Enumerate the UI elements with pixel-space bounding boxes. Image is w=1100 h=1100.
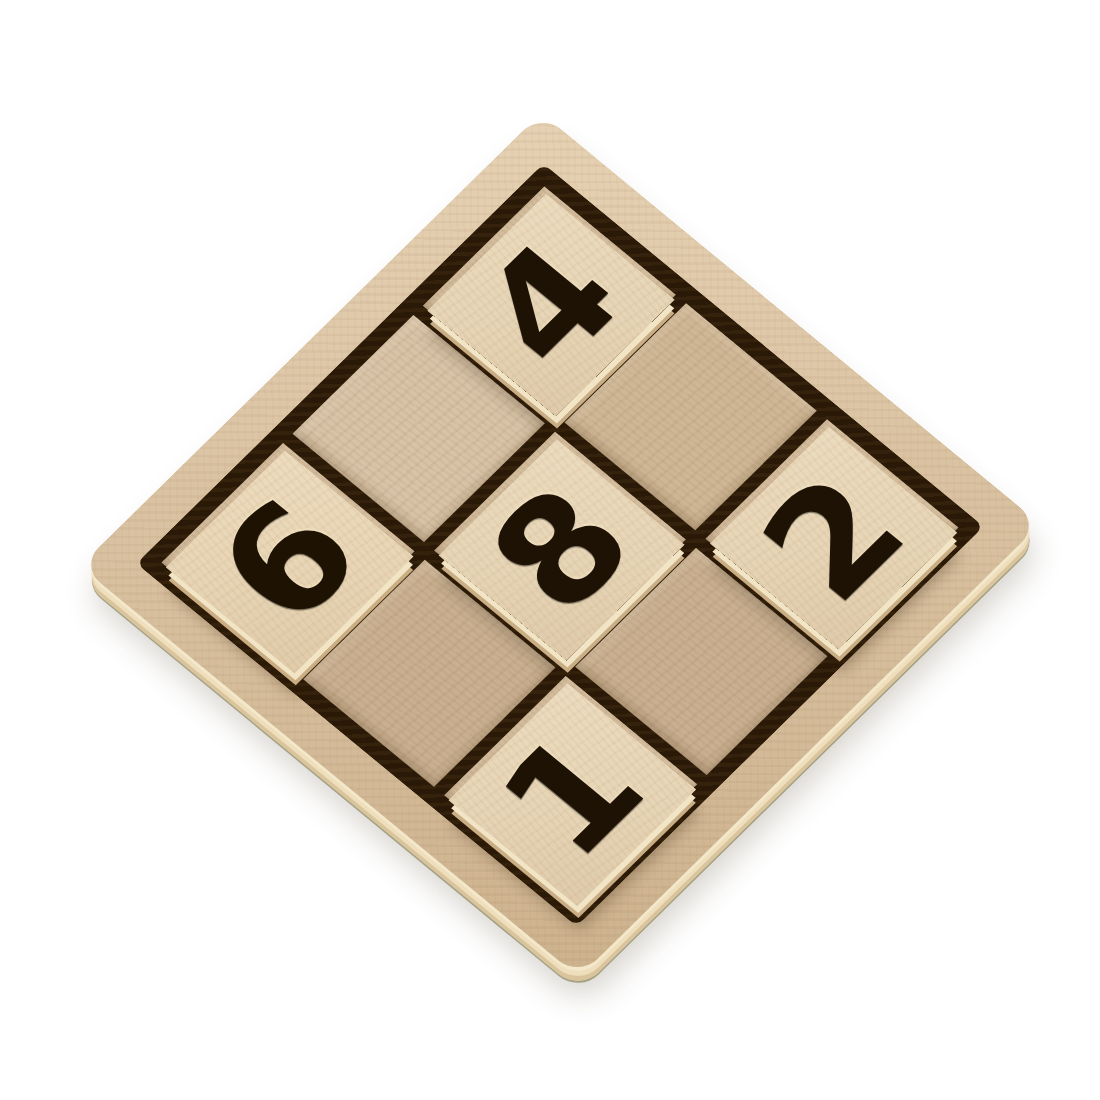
photo-canvas: 6 4 8 1 (0, 0, 1100, 1100)
board-grid: 6 4 8 1 (136, 164, 984, 927)
puzzle-board: 6 4 8 1 (80, 113, 1041, 978)
tile-1-digit: 1 (476, 710, 669, 881)
tile-4-digit: 4 (454, 220, 647, 391)
tile-6-digit: 6 (193, 476, 386, 647)
tile-8-digit: 8 (465, 465, 658, 636)
tile-2-digit: 2 (737, 453, 930, 624)
